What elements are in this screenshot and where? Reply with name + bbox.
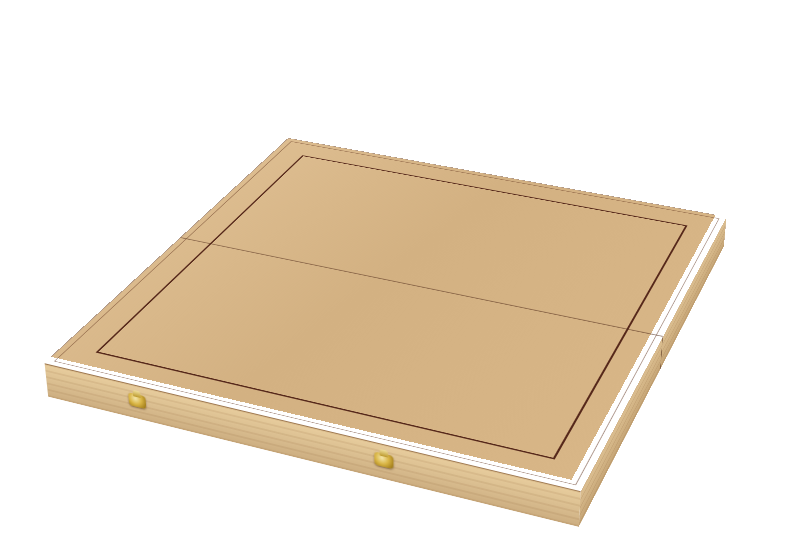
chess-set-photo bbox=[0, 0, 800, 533]
chess-board bbox=[45, 138, 727, 491]
brass-latch bbox=[374, 451, 393, 469]
brass-latch bbox=[128, 392, 146, 409]
fold-seam-side bbox=[660, 337, 663, 370]
